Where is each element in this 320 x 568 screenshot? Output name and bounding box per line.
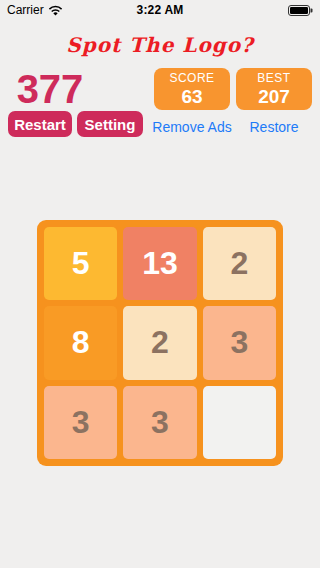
remove-ads-link[interactable]: Remove Ads <box>152 119 231 135</box>
carrier-label: Carrier <box>7 3 44 17</box>
wifi-icon <box>48 5 63 16</box>
best-box-value: 207 <box>258 86 290 108</box>
restore-link[interactable]: Restore <box>249 119 298 135</box>
tile-r1c2-3: 3 <box>203 306 276 379</box>
restart-button[interactable]: Restart <box>8 111 72 137</box>
tile-r0c2-2: 2 <box>203 227 276 300</box>
tile-r1c1-2: 2 <box>123 306 196 379</box>
total-score: 377 <box>8 68 92 110</box>
tile-r2c0-3: 3 <box>44 386 117 459</box>
best-box-label: BEST <box>257 71 290 85</box>
tile-r0c1-13: 13 <box>123 227 196 300</box>
clock: 3:22 AM <box>137 3 184 17</box>
setting-button[interactable]: Setting <box>77 111 143 137</box>
score-box-value: 63 <box>181 86 202 108</box>
score-box-label: SCORE <box>169 71 214 85</box>
battery-icon <box>288 5 313 16</box>
best-box: BEST 207 <box>236 68 312 110</box>
hud: 377 Restart Setting SCORE 63 Remove Ads … <box>0 68 320 137</box>
tile-r2c1-3: 3 <box>123 386 196 459</box>
tile-r1c0-8: 8 <box>44 306 117 379</box>
score-box: SCORE 63 <box>154 68 230 110</box>
empty-cell-r2c2 <box>203 386 276 459</box>
page-title: Spot The Logo? <box>0 33 320 57</box>
app-screen: Carrier 3:22 AM Spot The Logo? <box>0 0 320 568</box>
board[interactable]: 513282333 <box>37 220 283 466</box>
status-bar: Carrier 3:22 AM <box>0 0 320 20</box>
tile-r0c0-5: 5 <box>44 227 117 300</box>
